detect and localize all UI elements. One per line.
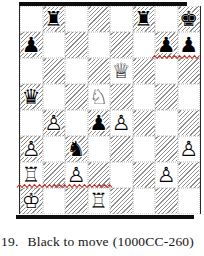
square-d1: ♜♖ (88, 188, 111, 214)
square-f2 (133, 162, 156, 188)
square-f4 (133, 110, 156, 136)
chess-board: ♜♜♜♜♚♚♟♟♟♟♟♟♛♕♛♛♞♘♟♙♟♟♟♙♟♙♞♞♟♙♜♖♟♙♟♙♚♔♜♖ (19, 6, 201, 214)
square-g8 (155, 6, 178, 32)
square-b1 (43, 188, 66, 214)
square-f5 (133, 84, 156, 110)
square-f6 (133, 58, 156, 84)
white-knight-d5: ♞♘ (88, 84, 111, 110)
square-c3: ♞♞ (65, 136, 88, 162)
white-pawn-h3: ♟♙ (178, 136, 201, 162)
diagram-caption: 19.Black to move(1000CC-260) (1, 234, 194, 250)
square-e2 (110, 162, 133, 188)
square-e7 (110, 32, 133, 58)
black-rook-b8: ♜♜ (43, 6, 66, 32)
square-d6 (88, 58, 111, 84)
square-a7: ♟♟ (20, 32, 43, 58)
square-b8: ♜♜ (43, 6, 66, 32)
square-d8 (88, 6, 111, 32)
square-f8: ♜♜ (133, 6, 156, 32)
square-g6 (155, 58, 178, 84)
square-d5: ♞♘ (88, 84, 111, 110)
square-h5 (178, 84, 201, 110)
square-f1 (133, 188, 156, 214)
white-pawn-a3: ♟♙ (20, 136, 43, 162)
square-a5: ♛♛ (20, 84, 43, 110)
square-e8 (110, 6, 133, 32)
diagram-number: 19. (1, 234, 18, 249)
side-to-move-label: Black to move (27, 234, 108, 249)
square-h2 (178, 162, 201, 188)
square-e5 (110, 84, 133, 110)
square-d4: ♟♟ (88, 110, 111, 136)
black-pawn-d4: ♟♟ (88, 110, 111, 136)
square-b6 (43, 58, 66, 84)
board-bottom-border (16, 215, 194, 219)
square-e1 (110, 188, 133, 214)
black-queen-a5: ♛♛ (20, 84, 43, 110)
square-c8 (65, 6, 88, 32)
square-b4: ♟♙ (43, 110, 66, 136)
white-pawn-b4: ♟♙ (43, 110, 66, 136)
white-rook-d1: ♜♖ (88, 188, 111, 214)
square-e3 (110, 136, 133, 162)
square-e6: ♛♕ (110, 58, 133, 84)
red-underline-annotation-kingside (152, 55, 200, 60)
square-d7 (88, 32, 111, 58)
square-g1 (155, 188, 178, 214)
square-g2: ♟♙ (155, 162, 178, 188)
white-pawn-g2: ♟♙ (155, 162, 178, 188)
source-reference: (1000CC-260) (113, 234, 194, 249)
square-g5 (155, 84, 178, 110)
square-a8 (20, 6, 43, 32)
square-c4 (65, 110, 88, 136)
black-king-h8: ♚♚ (178, 6, 201, 32)
square-a3: ♟♙ (20, 136, 43, 162)
square-c7 (65, 32, 88, 58)
square-h1 (178, 188, 201, 214)
square-c6 (65, 58, 88, 84)
square-g4 (155, 110, 178, 136)
square-h8: ♚♚ (178, 6, 201, 32)
square-c1 (65, 188, 88, 214)
square-b7 (43, 32, 66, 58)
square-h6 (178, 58, 201, 84)
square-h4 (178, 110, 201, 136)
black-rook-f8: ♜♜ (133, 6, 156, 32)
square-d3 (88, 136, 111, 162)
square-b3 (43, 136, 66, 162)
red-underline-annotation-queenside (17, 184, 113, 189)
white-pawn-e4: ♟♙ (110, 110, 133, 136)
black-knight-c3: ♞♞ (65, 136, 88, 162)
square-a6 (20, 58, 43, 84)
square-f3 (133, 136, 156, 162)
black-pawn-a7: ♟♟ (20, 32, 43, 58)
white-queen-e6: ♛♕ (110, 58, 133, 84)
square-e4: ♟♙ (110, 110, 133, 136)
chess-diagram-page: ♜♜♜♜♚♚♟♟♟♟♟♟♛♕♛♛♞♘♟♙♟♟♟♙♟♙♞♞♟♙♜♖♟♙♟♙♚♔♜♖… (0, 0, 204, 256)
square-b5 (43, 84, 66, 110)
square-c5 (65, 84, 88, 110)
white-king-a1: ♚♔ (20, 188, 43, 214)
square-h3: ♟♙ (178, 136, 201, 162)
square-a1: ♚♔ (20, 188, 43, 214)
square-a4 (20, 110, 43, 136)
square-g3 (155, 136, 178, 162)
